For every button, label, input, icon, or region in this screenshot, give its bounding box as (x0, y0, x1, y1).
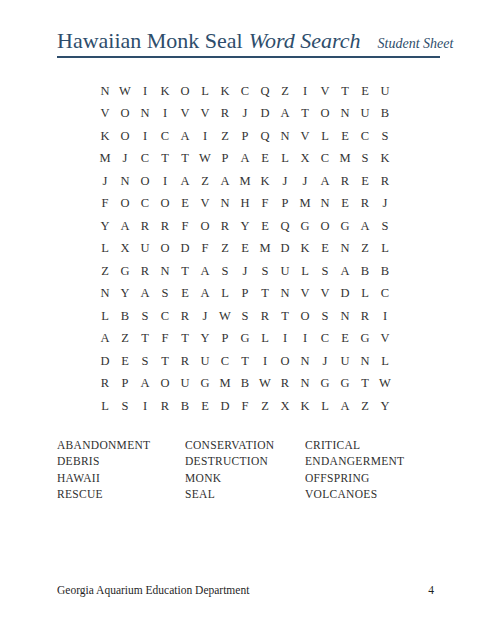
grid-cell[interactable]: E (335, 193, 355, 216)
grid-cell[interactable]: L (215, 283, 235, 306)
grid-cell[interactable]: G (115, 260, 135, 283)
grid-cell[interactable]: J (275, 170, 295, 193)
grid-cell[interactable]: J (375, 193, 395, 216)
grid-cell[interactable]: K (295, 238, 315, 261)
grid-cell[interactable]: N (295, 373, 315, 396)
grid-cell[interactable]: P (215, 148, 235, 171)
grid-cell[interactable]: A (215, 170, 235, 193)
grid-cell[interactable]: I (155, 103, 175, 126)
grid-cell[interactable]: C (135, 193, 155, 216)
grid-cell[interactable]: S (135, 305, 155, 328)
grid-cell[interactable]: I (195, 125, 215, 148)
grid-cell[interactable]: B (375, 260, 395, 283)
grid-cell[interactable]: W (215, 305, 235, 328)
grid-cell[interactable]: A (195, 260, 215, 283)
grid-cell[interactable]: G (335, 373, 355, 396)
word-list-item: CONSERVATION (185, 437, 305, 453)
grid-cell[interactable]: M (335, 148, 355, 171)
grid-cell[interactable]: A (195, 283, 215, 306)
grid-cell[interactable]: B (175, 395, 195, 418)
grid-cell[interactable]: U (355, 103, 375, 126)
grid-cell[interactable]: R (375, 170, 395, 193)
grid-cell[interactable]: R (95, 373, 115, 396)
grid-cell[interactable]: J (195, 305, 215, 328)
grid-cell[interactable]: N (335, 238, 355, 261)
grid-cell[interactable]: C (155, 305, 175, 328)
grid-cell[interactable]: R (155, 215, 175, 238)
grid-cell[interactable]: Z (275, 80, 295, 103)
grid-cell[interactable]: R (255, 305, 275, 328)
title-rule (57, 56, 440, 58)
title-subtitle: Student Sheet (378, 36, 454, 51)
grid-cell[interactable]: T (155, 350, 175, 373)
grid-cell[interactable]: V (195, 103, 215, 126)
grid-cell[interactable]: J (315, 350, 335, 373)
grid-cell[interactable]: R (335, 170, 355, 193)
grid-cell[interactable]: E (195, 395, 215, 418)
grid-cell[interactable]: O (195, 215, 215, 238)
grid-cell[interactable]: T (135, 328, 155, 351)
word-list-item: ABANDONMENT (57, 437, 185, 453)
grid-cell[interactable]: S (315, 305, 335, 328)
grid-cell[interactable]: M (235, 170, 255, 193)
grid-cell[interactable]: C (315, 148, 335, 171)
grid-cell[interactable]: V (315, 80, 335, 103)
grid-cell[interactable]: O (155, 373, 175, 396)
grid-cell[interactable]: B (355, 260, 375, 283)
grid-cell[interactable]: R (215, 215, 235, 238)
grid-cell[interactable]: E (315, 238, 335, 261)
grid-cell[interactable]: C (135, 148, 155, 171)
grid-cell[interactable]: M (255, 238, 275, 261)
grid-cell[interactable]: O (115, 103, 135, 126)
grid-cell[interactable]: M (215, 373, 235, 396)
grid-cell[interactable]: S (315, 260, 335, 283)
grid-cell[interactable]: A (135, 373, 155, 396)
grid-cell[interactable]: C (215, 350, 235, 373)
grid-cell[interactable]: F (195, 238, 215, 261)
grid-cell[interactable]: V (375, 328, 395, 351)
grid-cell[interactable]: K (155, 80, 175, 103)
word-list-column-1: ABANDONMENTDEBRISHAWAIIRESCUE (57, 437, 185, 502)
grid-cell[interactable]: E (175, 283, 195, 306)
grid-cell[interactable]: C (155, 125, 175, 148)
grid-cell[interactable]: P (235, 283, 255, 306)
grid-cell[interactable]: I (375, 305, 395, 328)
grid-cell[interactable]: U (275, 260, 295, 283)
grid-cell[interactable]: Z (115, 328, 135, 351)
grid-cell[interactable]: E (335, 328, 355, 351)
grid-cell[interactable]: X (275, 395, 295, 418)
word-list: ABANDONMENTDEBRISHAWAIIRESCUE CONSERVATI… (57, 437, 440, 502)
grid-cell[interactable]: A (275, 103, 295, 126)
grid-cell[interactable]: U (335, 350, 355, 373)
grid-cell[interactable]: N (355, 350, 375, 373)
grid-cell[interactable]: Y (95, 215, 115, 238)
grid-cell[interactable]: V (175, 103, 195, 126)
grid-cell[interactable]: G (335, 215, 355, 238)
grid-cell[interactable]: S (235, 305, 255, 328)
grid-cell[interactable]: A (175, 125, 195, 148)
grid-cell[interactable]: D (215, 395, 235, 418)
grid-cell[interactable]: E (355, 80, 375, 103)
grid-cell[interactable]: K (255, 170, 275, 193)
grid-cell[interactable]: A (175, 170, 195, 193)
grid-cell[interactable]: L (315, 125, 335, 148)
grid-cell[interactable]: P (235, 125, 255, 148)
grid-cell[interactable]: E (175, 193, 195, 216)
grid-cell[interactable]: Z (195, 170, 215, 193)
word-list-item: DESTRUCTION (185, 453, 305, 469)
grid-cell[interactable]: S (255, 260, 275, 283)
grid-cell[interactable]: J (235, 260, 255, 283)
grid-cell[interactable]: W (115, 80, 135, 103)
grid-cell[interactable]: V (315, 283, 335, 306)
footer: Georgia Aquarium Education Department 4 (57, 584, 434, 596)
grid-cell[interactable]: Q (255, 80, 275, 103)
grid-cell[interactable]: A (315, 170, 335, 193)
grid-cell[interactable]: R (135, 215, 155, 238)
grid-cell[interactable]: K (375, 148, 395, 171)
word-list-item: RESCUE (57, 486, 185, 502)
grid-cell[interactable]: G (355, 328, 375, 351)
grid-cell[interactable]: U (195, 350, 215, 373)
grid-cell[interactable]: R (355, 193, 375, 216)
grid-cell[interactable]: U (175, 373, 195, 396)
grid-cell[interactable]: Z (215, 125, 235, 148)
grid-cell[interactable]: Z (355, 238, 375, 261)
grid-cell[interactable]: U (375, 80, 395, 103)
grid-cell[interactable]: S (375, 125, 395, 148)
grid-cell[interactable]: T (155, 148, 175, 171)
grid-cell[interactable]: I (275, 328, 295, 351)
word-list-column-3: CRITICALENDANGERMENTOFFSPRINGVOLCANOES (305, 437, 440, 502)
grid-cell[interactable]: N (95, 80, 115, 103)
grid-cell[interactable]: L (375, 350, 395, 373)
grid-cell[interactable]: K (95, 125, 115, 148)
grid-cell[interactable]: H (235, 193, 255, 216)
grid-cell[interactable]: F (175, 215, 195, 238)
grid-cell[interactable]: M (295, 193, 315, 216)
grid-cell[interactable]: A (335, 260, 355, 283)
grid-cell[interactable]: E (355, 170, 375, 193)
grid-cell[interactable]: K (215, 80, 235, 103)
grid-cell[interactable]: N (335, 305, 355, 328)
grid-cell[interactable]: E (335, 125, 355, 148)
grid-cell[interactable]: F (155, 328, 175, 351)
grid-cell[interactable]: I (155, 170, 175, 193)
grid-cell[interactable]: C (355, 125, 375, 148)
grid-cell[interactable]: C (375, 283, 395, 306)
grid-cell[interactable]: R (175, 350, 195, 373)
grid-cell[interactable]: E (255, 148, 275, 171)
grid-cell[interactable]: N (95, 283, 115, 306)
grid-cell[interactable]: O (155, 238, 175, 261)
grid-cell[interactable]: L (255, 328, 275, 351)
title-italic: Word Search (249, 28, 361, 53)
grid-cell[interactable]: N (295, 350, 315, 373)
word-search-grid: NWIKOLKCQZIVTEUVONIVVRJDATONUBKOICAIZPQN… (95, 80, 395, 418)
grid-cell[interactable]: X (115, 238, 135, 261)
grid-cell[interactable]: N (115, 170, 135, 193)
grid-cell[interactable]: P (115, 373, 135, 396)
grid-cell[interactable]: S (135, 350, 155, 373)
grid-cell[interactable]: L (195, 80, 215, 103)
grid-cell[interactable]: J (235, 103, 255, 126)
grid-cell[interactable]: O (155, 193, 175, 216)
grid-cell[interactable]: R (175, 305, 195, 328)
grid-cell[interactable]: A (135, 283, 155, 306)
grid-cell[interactable]: N (335, 103, 355, 126)
grid-cell[interactable]: T (295, 103, 315, 126)
footer-organization: Georgia Aquarium Education Department (57, 584, 249, 596)
grid-cell[interactable]: N (275, 283, 295, 306)
grid-cell[interactable]: X (295, 148, 315, 171)
grid-cell[interactable]: I (135, 395, 155, 418)
grid-cell[interactable]: G (195, 373, 215, 396)
grid-cell[interactable]: A (115, 215, 135, 238)
grid-cell[interactable]: Q (255, 125, 275, 148)
grid-cell[interactable]: N (275, 125, 295, 148)
grid-cell[interactable]: T (275, 305, 295, 328)
grid-cell[interactable]: L (315, 395, 335, 418)
page: Hawaiian Monk SealWord SearchStudent She… (0, 0, 495, 640)
word-list-item: OFFSPRING (305, 470, 440, 486)
grid-cell[interactable]: Z (355, 395, 375, 418)
grid-cell[interactable]: J (295, 170, 315, 193)
grid-cell[interactable]: T (175, 328, 195, 351)
grid-cell[interactable]: G (235, 328, 255, 351)
word-list-column-2: CONSERVATIONDESTRUCTIONMONKSEAL (185, 437, 305, 502)
title-main: Hawaiian Monk Seal (57, 28, 243, 53)
grid-cell[interactable]: A (95, 328, 115, 351)
grid-cell[interactable]: A (335, 395, 355, 418)
grid-cell[interactable]: P (215, 328, 235, 351)
grid-cell[interactable]: D (255, 103, 275, 126)
grid-cell[interactable]: E (115, 350, 135, 373)
page-number: 4 (428, 584, 434, 596)
grid-cell[interactable]: S (215, 260, 235, 283)
grid-cell[interactable]: S (375, 215, 395, 238)
grid-cell[interactable]: C (235, 80, 255, 103)
grid-cell[interactable]: I (295, 80, 315, 103)
word-list-item: DEBRIS (57, 453, 185, 469)
grid-cell[interactable]: L (95, 238, 115, 261)
grid-cell[interactable]: E (255, 215, 275, 238)
grid-cell[interactable]: O (115, 193, 135, 216)
grid-cell[interactable]: T (335, 80, 355, 103)
grid-cell[interactable]: O (135, 170, 155, 193)
grid-cell[interactable]: P (275, 193, 295, 216)
grid-cell[interactable]: W (375, 373, 395, 396)
word-list-item: ENDANGERMENT (305, 453, 440, 469)
grid-cell[interactable]: Y (195, 328, 215, 351)
grid-cell[interactable]: Z (215, 238, 235, 261)
grid-cell[interactable]: O (315, 103, 335, 126)
grid-cell[interactable]: L (95, 305, 115, 328)
grid-cell[interactable]: Q (275, 215, 295, 238)
grid-cell[interactable]: R (155, 395, 175, 418)
grid-cell[interactable]: T (235, 350, 255, 373)
grid-cell[interactable]: V (295, 125, 315, 148)
grid-cell[interactable]: L (95, 395, 115, 418)
grid-cell[interactable]: L (355, 283, 375, 306)
grid-cell[interactable]: R (355, 305, 375, 328)
grid-cell[interactable]: J (95, 170, 115, 193)
grid-cell[interactable]: S (115, 395, 135, 418)
grid-cell[interactable]: G (295, 215, 315, 238)
grid-cell[interactable]: N (135, 103, 155, 126)
grid-cell[interactable]: C (315, 328, 335, 351)
grid-cell[interactable]: T (355, 373, 375, 396)
grid-cell[interactable]: F (255, 193, 275, 216)
grid-cell[interactable]: Z (95, 260, 115, 283)
grid-cell[interactable]: R (275, 373, 295, 396)
grid-cell[interactable]: I (135, 125, 155, 148)
grid-cell[interactable]: I (255, 350, 275, 373)
word-list-item: CRITICAL (305, 437, 440, 453)
grid-cell[interactable]: V (295, 283, 315, 306)
grid-cell[interactable]: D (335, 283, 355, 306)
grid-cell[interactable]: W (195, 148, 215, 171)
grid-cell[interactable]: I (135, 80, 155, 103)
grid-cell[interactable]: U (135, 238, 155, 261)
word-list-item: VOLCANOES (305, 486, 440, 502)
grid-cell[interactable]: O (315, 215, 335, 238)
grid-cell[interactable]: N (315, 193, 335, 216)
grid-cell[interactable]: D (275, 238, 295, 261)
grid-cell[interactable]: G (315, 373, 335, 396)
grid-cell[interactable]: Z (255, 395, 275, 418)
grid-cell[interactable]: B (235, 373, 255, 396)
grid-cell[interactable]: I (295, 328, 315, 351)
grid-cell[interactable]: F (235, 395, 255, 418)
word-list-item: HAWAII (57, 470, 185, 486)
grid-cell[interactable]: K (295, 395, 315, 418)
grid-cell[interactable]: O (115, 125, 135, 148)
grid-cell[interactable]: Y (375, 395, 395, 418)
grid-cell[interactable]: A (235, 148, 255, 171)
grid-cell[interactable]: L (375, 238, 395, 261)
grid-cell[interactable]: B (375, 103, 395, 126)
grid-cell[interactable]: B (115, 305, 135, 328)
grid-cell[interactable]: W (255, 373, 275, 396)
grid-cell[interactable]: T (175, 148, 195, 171)
grid-cell[interactable]: O (295, 305, 315, 328)
grid-cell[interactable]: N (215, 193, 235, 216)
grid-cell[interactable]: E (235, 238, 255, 261)
grid-cell[interactable]: F (95, 193, 115, 216)
grid-cell[interactable]: L (295, 260, 315, 283)
grid-cell[interactable]: V (195, 193, 215, 216)
grid-cell[interactable]: D (95, 350, 115, 373)
grid-cell[interactable]: L (275, 148, 295, 171)
grid-cell[interactable]: Y (235, 215, 255, 238)
grid-cell[interactable]: S (355, 148, 375, 171)
word-list-item: MONK (185, 470, 305, 486)
grid-cell[interactable]: O (175, 80, 195, 103)
grid-cell[interactable]: J (115, 148, 135, 171)
grid-cell[interactable]: D (175, 238, 195, 261)
grid-cell[interactable]: T (255, 283, 275, 306)
grid-cell[interactable]: R (215, 103, 235, 126)
grid-cell[interactable]: Y (115, 283, 135, 306)
grid-cell[interactable]: R (135, 260, 155, 283)
grid-cell[interactable]: T (175, 260, 195, 283)
grid-cell[interactable]: A (355, 215, 375, 238)
grid-cell[interactable]: M (95, 148, 115, 171)
page-title: Hawaiian Monk SealWord SearchStudent She… (57, 28, 453, 57)
word-list-item: SEAL (185, 486, 305, 502)
grid-cell[interactable]: O (275, 350, 295, 373)
grid-cell[interactable]: S (155, 283, 175, 306)
grid-cell[interactable]: N (155, 260, 175, 283)
grid-cell[interactable]: V (95, 103, 115, 126)
